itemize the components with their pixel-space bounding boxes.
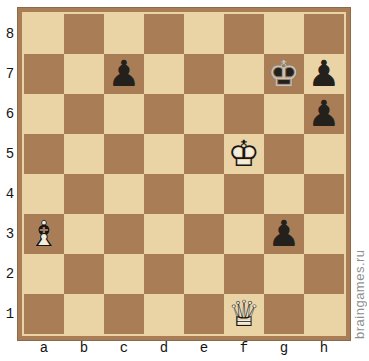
square-e3[interactable]	[184, 214, 224, 254]
black-pawn-icon: ♟	[304, 54, 344, 94]
file-label-f: f	[224, 338, 264, 358]
square-b4[interactable]	[64, 174, 104, 214]
square-f4[interactable]	[224, 174, 264, 214]
square-f6[interactable]	[224, 94, 264, 134]
square-f3[interactable]	[224, 214, 264, 254]
square-b8[interactable]	[64, 14, 104, 54]
square-e1[interactable]	[184, 294, 224, 334]
square-b2[interactable]	[64, 254, 104, 294]
square-d8[interactable]	[144, 14, 184, 54]
square-a4[interactable]	[24, 174, 64, 214]
square-d2[interactable]	[144, 254, 184, 294]
square-e4[interactable]	[184, 174, 224, 214]
square-b7[interactable]	[64, 54, 104, 94]
square-h8[interactable]	[304, 14, 344, 54]
square-c8[interactable]	[104, 14, 144, 54]
square-c2[interactable]	[104, 254, 144, 294]
square-b1[interactable]	[64, 294, 104, 334]
board-inner-line: ♟♚♔♟♟♚♔♝♗♟♛♕	[22, 12, 346, 336]
square-c5[interactable]	[104, 134, 144, 174]
piece-white-queen-f1[interactable]: ♛♕	[224, 294, 264, 334]
white-queen-outline-icon: ♕	[224, 294, 264, 334]
square-e6[interactable]	[184, 94, 224, 134]
square-h2[interactable]	[304, 254, 344, 294]
square-f2[interactable]	[224, 254, 264, 294]
square-g8[interactable]	[264, 14, 304, 54]
square-e8[interactable]	[184, 14, 224, 54]
file-label-c: c	[104, 338, 144, 358]
square-c4[interactable]	[104, 174, 144, 214]
square-b6[interactable]	[64, 94, 104, 134]
white-bishop-outline-icon: ♗	[24, 214, 64, 254]
file-label-h: h	[304, 338, 344, 358]
square-a1[interactable]	[24, 294, 64, 334]
file-label-b: b	[64, 338, 104, 358]
square-b5[interactable]	[64, 134, 104, 174]
square-f1[interactable]: ♛♕	[224, 294, 264, 334]
square-a8[interactable]	[24, 14, 64, 54]
square-d5[interactable]	[144, 134, 184, 174]
piece-black-pawn-h6[interactable]: ♟	[304, 94, 344, 134]
white-king-outline-icon: ♔	[224, 134, 264, 174]
square-d4[interactable]	[144, 174, 184, 214]
square-a2[interactable]	[24, 254, 64, 294]
square-c1[interactable]	[104, 294, 144, 334]
square-h4[interactable]	[304, 174, 344, 214]
square-e2[interactable]	[184, 254, 224, 294]
square-d1[interactable]	[144, 294, 184, 334]
square-a5[interactable]	[24, 134, 64, 174]
square-h3[interactable]	[304, 214, 344, 254]
file-label-d: d	[144, 338, 184, 358]
piece-black-pawn-h7[interactable]: ♟	[304, 54, 344, 94]
square-b3[interactable]	[64, 214, 104, 254]
square-f7[interactable]	[224, 54, 264, 94]
file-label-a: a	[24, 338, 64, 358]
square-a3[interactable]: ♝♗	[24, 214, 64, 254]
square-c6[interactable]	[104, 94, 144, 134]
square-h1[interactable]	[304, 294, 344, 334]
square-g2[interactable]	[264, 254, 304, 294]
square-g4[interactable]	[264, 174, 304, 214]
square-e5[interactable]	[184, 134, 224, 174]
black-pawn-icon: ♟	[104, 54, 144, 94]
square-a7[interactable]	[24, 54, 64, 94]
piece-black-pawn-g3[interactable]: ♟	[264, 214, 304, 254]
square-g5[interactable]	[264, 134, 304, 174]
square-g3[interactable]: ♟	[264, 214, 304, 254]
square-h7[interactable]: ♟	[304, 54, 344, 94]
square-h6[interactable]: ♟	[304, 94, 344, 134]
square-c3[interactable]	[104, 214, 144, 254]
watermark: braingames.ru	[351, 243, 368, 339]
black-pawn-icon: ♟	[304, 94, 344, 134]
piece-black-king-g7[interactable]: ♚♔	[264, 54, 304, 94]
square-g1[interactable]	[264, 294, 304, 334]
file-label-e: e	[184, 338, 224, 358]
chess-diagram: 87654321 ♟♚♔♟♟♚♔♝♗♟♛♕ abcdefgh braingame…	[0, 0, 369, 361]
black-pawn-icon: ♟	[264, 214, 304, 254]
square-f5[interactable]: ♚♔	[224, 134, 264, 174]
piece-white-bishop-a3[interactable]: ♝♗	[24, 214, 64, 254]
square-d7[interactable]	[144, 54, 184, 94]
board-frame: ♟♚♔♟♟♚♔♝♗♟♛♕	[17, 7, 351, 341]
file-label-g: g	[264, 338, 304, 358]
board-grid: ♟♚♔♟♟♚♔♝♗♟♛♕	[24, 14, 344, 334]
file-labels: abcdefgh	[24, 338, 344, 358]
square-a6[interactable]	[24, 94, 64, 134]
square-f8[interactable]	[224, 14, 264, 54]
square-g7[interactable]: ♚♔	[264, 54, 304, 94]
piece-white-king-f5[interactable]: ♚♔	[224, 134, 264, 174]
black-king-outline-icon: ♔	[264, 54, 304, 94]
square-e7[interactable]	[184, 54, 224, 94]
square-g6[interactable]	[264, 94, 304, 134]
square-d3[interactable]	[144, 214, 184, 254]
square-c7[interactable]: ♟	[104, 54, 144, 94]
square-h5[interactable]	[304, 134, 344, 174]
square-d6[interactable]	[144, 94, 184, 134]
piece-black-pawn-c7[interactable]: ♟	[104, 54, 144, 94]
